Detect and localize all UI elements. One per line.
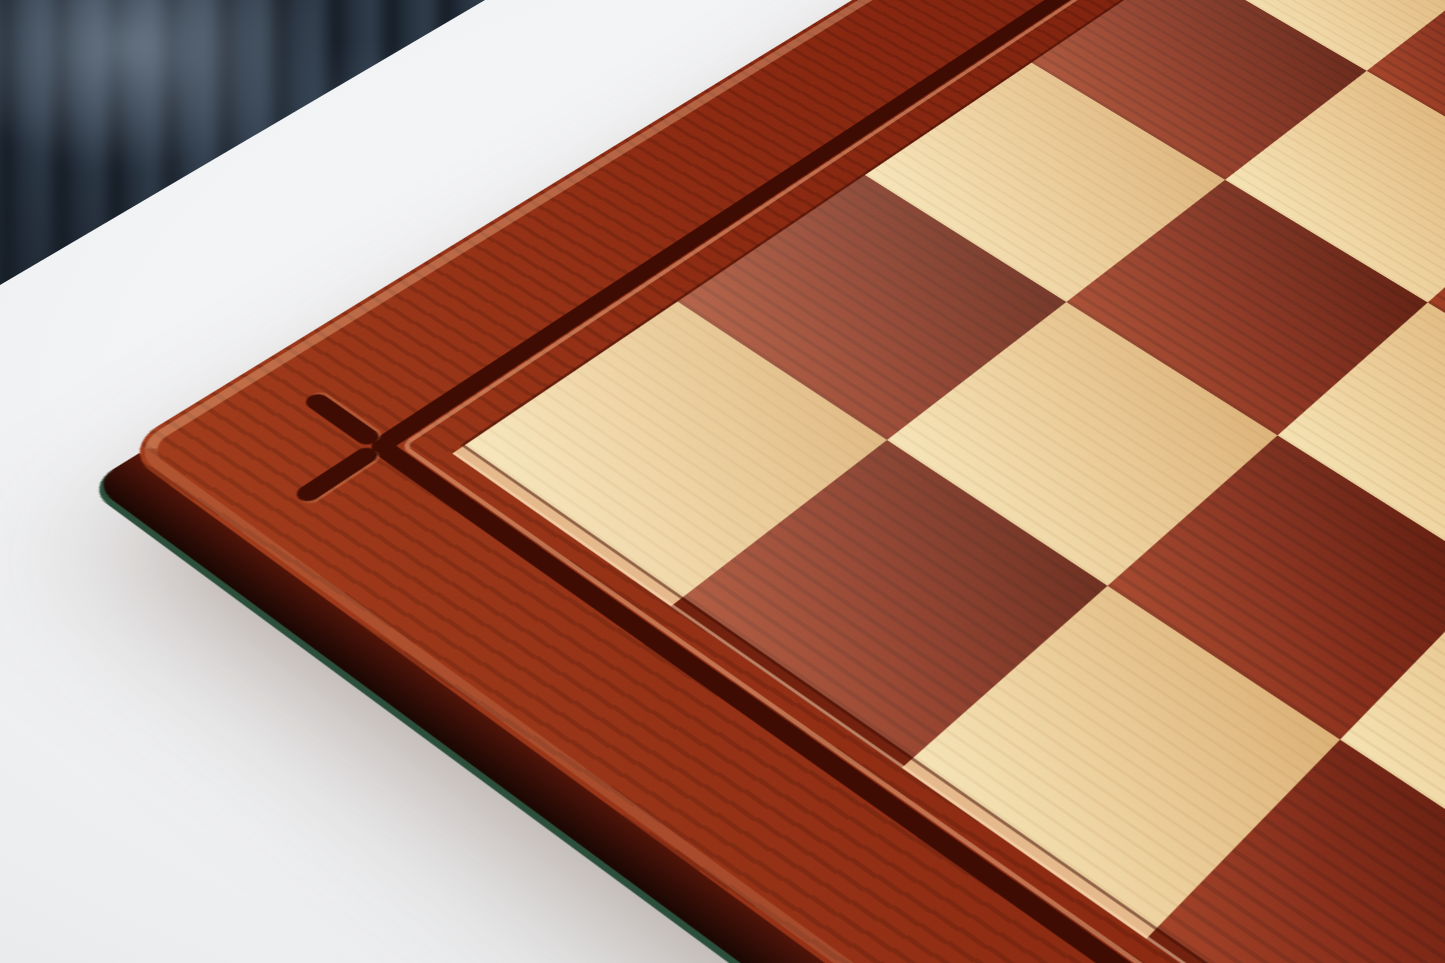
scene xyxy=(0,0,1445,963)
